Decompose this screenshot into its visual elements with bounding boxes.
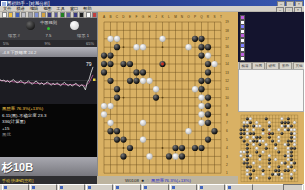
move-number: W0108 <box>125 178 139 183</box>
komi-value: 7.5 <box>46 33 52 38</box>
print-icon[interactable] <box>21 12 26 18</box>
svg-text:15: 15 <box>225 54 229 58</box>
taskbar-button-3[interactable] <box>86 184 113 190</box>
taskbar-button-8[interactable] <box>226 184 253 190</box>
white-player-label: 擂示 1 <box>77 33 89 38</box>
winrate-graph[interactable]: 79 <box>0 57 97 104</box>
taskbar-app-icon <box>200 186 203 189</box>
svg-text:G: G <box>142 15 145 19</box>
svg-text:Q: Q <box>200 15 203 19</box>
white-stone-icon[interactable] <box>86 12 91 18</box>
taskbar-app-icon <box>172 186 175 189</box>
taskbar-button-1[interactable] <box>30 184 57 190</box>
taskbar-button-2[interactable] <box>58 184 85 190</box>
cut-icon[interactable] <box>28 12 33 18</box>
hint-strip: 手动 快捷键[空格] <box>0 176 97 184</box>
taskbar-button-7[interactable] <box>198 184 225 190</box>
svg-text:M: M <box>174 15 177 19</box>
svg-text:K: K <box>161 15 164 19</box>
taskbar-button-4[interactable] <box>114 184 141 190</box>
svg-text:O: O <box>187 15 190 19</box>
rule-label: 中国规则 <box>0 20 97 25</box>
svg-text:9: 9 <box>226 104 228 108</box>
svg-text:19: 19 <box>225 20 229 24</box>
svg-text:12: 12 <box>225 79 229 83</box>
paste-icon[interactable] <box>41 12 46 18</box>
next-move-icon[interactable] <box>66 12 71 18</box>
first-move-icon[interactable] <box>47 12 52 18</box>
analysis-info-panel: 黑胜率 76.3%(+13%)6.11(黑)-不确定度 23.3336(计算量)… <box>0 104 97 157</box>
window-title: 围棋助手 - [对局分析] <box>0 1 50 6</box>
menu-item-0[interactable]: 文件 <box>3 6 11 11</box>
tab-0[interactable]: 棋谱 <box>239 62 252 69</box>
svg-text:C: C <box>116 15 119 19</box>
main-go-board[interactable]: ABCDEFGHJKLMNOPQRST191817161514131211109… <box>97 12 238 176</box>
svg-text:3: 3 <box>226 155 228 159</box>
taskbar-app-icon <box>228 186 231 189</box>
svg-text:1: 1 <box>226 171 228 175</box>
black-percent: 5% <box>3 41 9 46</box>
svg-text:D: D <box>122 15 125 19</box>
taskbar <box>0 184 304 190</box>
svg-text:H: H <box>148 15 151 19</box>
tree-node-9[interactable] <box>240 56 245 61</box>
svg-text:13: 13 <box>225 71 229 75</box>
svg-text:R: R <box>207 15 210 19</box>
svg-text:J: J <box>155 15 157 19</box>
move-tree-panel[interactable] <box>238 12 304 62</box>
svg-text:2: 2 <box>226 163 228 167</box>
graph-header: -4.8 下跌幅度 24.2 <box>0 47 97 57</box>
taskbar-app-icon <box>32 186 35 189</box>
taskbar-app-icon <box>60 186 63 189</box>
svg-text:7: 7 <box>226 121 228 125</box>
center-percent: 9% <box>44 41 50 46</box>
player-panel: 中国规则 擂示 # 7.5 擂示 1 5% 9% 65% <box>0 18 97 47</box>
svg-text:S: S <box>213 15 215 19</box>
taskbar-button-5[interactable] <box>142 184 169 190</box>
open-icon[interactable] <box>8 12 13 18</box>
svg-text:B: B <box>109 15 111 19</box>
engine-area: 杉10B <box>0 157 97 176</box>
save-icon[interactable] <box>15 12 20 18</box>
svg-text:L: L <box>168 15 170 19</box>
engine-name: 杉10B <box>2 160 33 175</box>
svg-text:8: 8 <box>226 113 228 117</box>
new-icon[interactable] <box>2 12 7 18</box>
svg-text:16: 16 <box>225 45 229 49</box>
menu-item-1[interactable]: 棋谱 <box>16 6 24 11</box>
white-percent: 65% <box>86 41 94 46</box>
preview-go-board[interactable] <box>238 112 304 185</box>
svg-text:18: 18 <box>225 29 229 33</box>
svg-text:A: A <box>103 15 106 19</box>
menu-item-2[interactable]: 编辑 <box>30 6 38 11</box>
black-stone-icon: ● <box>141 178 144 183</box>
svg-text:11: 11 <box>225 87 229 91</box>
taskbar-button-0[interactable] <box>2 184 29 190</box>
screen: 围棋助手 - [对局分析] ─ □ × 文件棋谱编辑视图工具窗口帮助 ─ □ ×… <box>0 0 304 190</box>
tab-2[interactable]: 研究 <box>266 62 279 69</box>
tab-1[interactable]: 对局 <box>252 62 265 69</box>
turn-indicator-dot <box>47 27 50 30</box>
menu-item-3[interactable]: 视图 <box>43 6 51 11</box>
system-tray <box>283 184 303 190</box>
right-panel-tabs: 棋谱对局研究形势其他 <box>238 62 304 69</box>
svg-text:T: T <box>220 15 222 19</box>
copy-icon[interactable] <box>34 12 39 18</box>
taskbar-app-icon <box>144 186 147 189</box>
tab-4[interactable]: 其他 <box>293 62 305 69</box>
menu-item-5[interactable]: 窗口 <box>70 6 78 11</box>
taskbar-app-icon <box>116 186 119 189</box>
winrate-chart-svg: 79 <box>0 57 97 104</box>
svg-text:F: F <box>136 15 138 19</box>
move-list-area[interactable] <box>238 69 304 112</box>
menu-item-4[interactable]: 工具 <box>57 6 65 11</box>
board-status-bar: W0108 ● ○ 黑胜率76.3%(+13%) <box>97 176 238 184</box>
menu-item-6[interactable]: 帮助 <box>83 6 91 11</box>
white-stone-icon: ○ <box>146 178 149 183</box>
play-icon[interactable] <box>60 12 65 18</box>
svg-text:P: P <box>194 15 196 19</box>
svg-text:17: 17 <box>225 37 229 41</box>
taskbar-app-icon <box>88 186 91 189</box>
svg-text:6: 6 <box>226 129 228 133</box>
status-message[interactable]: 黑胜率76.3%(+13%) <box>151 178 191 183</box>
svg-text:E: E <box>129 15 131 19</box>
tab-3[interactable]: 形势 <box>279 62 292 69</box>
white-player-stone-icon <box>70 21 79 30</box>
taskbar-app-icon <box>4 186 7 189</box>
black-stone-icon[interactable] <box>79 12 84 18</box>
taskbar-button-6[interactable] <box>170 184 197 190</box>
last-move-icon[interactable] <box>73 12 78 18</box>
prev-move-icon[interactable] <box>54 12 59 18</box>
svg-text:4: 4 <box>226 146 228 150</box>
svg-text:10: 10 <box>225 96 229 100</box>
svg-text:79: 79 <box>86 61 92 67</box>
svg-text:14: 14 <box>225 62 229 66</box>
black-player-label: 擂示 # <box>8 33 20 38</box>
svg-text:5: 5 <box>226 138 228 142</box>
analysis-line-4: 黑优 <box>2 132 97 139</box>
svg-text:N: N <box>181 15 184 19</box>
